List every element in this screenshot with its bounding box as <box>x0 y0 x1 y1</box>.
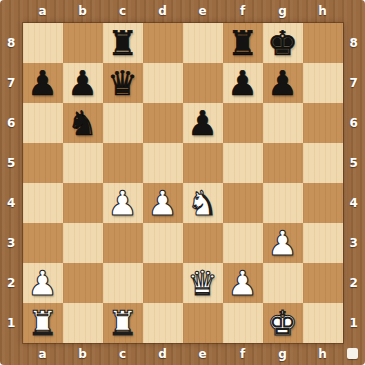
square-e3[interactable] <box>183 223 223 263</box>
piece-black-rook[interactable]: ♜ <box>227 23 257 63</box>
file-label-d: d <box>143 0 183 23</box>
square-b7[interactable]: ♟ <box>63 63 103 103</box>
square-d1[interactable] <box>143 303 183 343</box>
board-corner-icon[interactable] <box>347 348 358 359</box>
square-d8[interactable] <box>143 23 183 63</box>
rank-label-4: 4 <box>0 183 23 223</box>
square-g5[interactable] <box>263 143 303 183</box>
file-label-f: f <box>223 343 263 365</box>
square-g1[interactable]: ♚ <box>263 303 303 343</box>
piece-black-pawn[interactable]: ♟ <box>27 63 57 103</box>
piece-white-rook[interactable]: ♜ <box>107 303 137 343</box>
file-label-b: b <box>63 343 103 365</box>
square-d6[interactable] <box>143 103 183 143</box>
piece-white-pawn[interactable]: ♟ <box>147 183 177 223</box>
file-label-g: g <box>263 0 303 23</box>
rank-label-3: 3 <box>343 223 365 263</box>
square-a2[interactable]: ♟ <box>23 263 63 303</box>
file-label-h: h <box>303 0 343 23</box>
square-e1[interactable] <box>183 303 223 343</box>
piece-black-king[interactable]: ♚ <box>267 23 297 63</box>
square-c5[interactable] <box>103 143 143 183</box>
chess-board-frame: abcdefgh abcdefgh 87654321 87654321 ♜♜♚♟… <box>0 0 365 365</box>
file-label-g: g <box>263 343 303 365</box>
piece-white-knight[interactable]: ♞ <box>187 183 217 223</box>
piece-white-pawn[interactable]: ♟ <box>27 263 57 303</box>
rank-label-4: 4 <box>343 183 365 223</box>
square-h1[interactable] <box>303 303 343 343</box>
square-f3[interactable] <box>223 223 263 263</box>
square-b1[interactable] <box>63 303 103 343</box>
square-a6[interactable] <box>23 103 63 143</box>
square-e4[interactable]: ♞ <box>183 183 223 223</box>
piece-black-queen[interactable]: ♛ <box>107 63 137 103</box>
file-label-c: c <box>103 0 143 23</box>
chess-board: ♜♜♚♟♟♛♟♟♞♟♟♟♞♟♟♛♟♜♜♚ <box>23 23 343 343</box>
square-f1[interactable] <box>223 303 263 343</box>
rank-label-8: 8 <box>343 23 365 63</box>
piece-black-pawn[interactable]: ♟ <box>67 63 97 103</box>
square-h6[interactable] <box>303 103 343 143</box>
file-label-b: b <box>63 0 103 23</box>
square-e5[interactable] <box>183 143 223 183</box>
rank-label-7: 7 <box>343 63 365 103</box>
square-c3[interactable] <box>103 223 143 263</box>
rank-label-2: 2 <box>343 263 365 303</box>
rank-label-5: 5 <box>343 143 365 183</box>
square-f7[interactable]: ♟ <box>223 63 263 103</box>
piece-white-pawn[interactable]: ♟ <box>227 263 257 303</box>
square-c1[interactable]: ♜ <box>103 303 143 343</box>
square-a5[interactable] <box>23 143 63 183</box>
square-a4[interactable] <box>23 183 63 223</box>
square-d7[interactable] <box>143 63 183 103</box>
file-label-h: h <box>303 343 343 365</box>
square-f6[interactable] <box>223 103 263 143</box>
square-e8[interactable] <box>183 23 223 63</box>
square-c6[interactable] <box>103 103 143 143</box>
rank-label-6: 6 <box>0 103 23 143</box>
rank-label-5: 5 <box>0 143 23 183</box>
square-f2[interactable]: ♟ <box>223 263 263 303</box>
square-d5[interactable] <box>143 143 183 183</box>
rank-label-3: 3 <box>0 223 23 263</box>
square-a8[interactable] <box>23 23 63 63</box>
piece-white-queen[interactable]: ♛ <box>187 263 217 303</box>
file-label-d: d <box>143 343 183 365</box>
square-h5[interactable] <box>303 143 343 183</box>
rank-label-7: 7 <box>0 63 23 103</box>
piece-black-pawn[interactable]: ♟ <box>267 63 297 103</box>
piece-black-pawn[interactable]: ♟ <box>227 63 257 103</box>
rank-label-2: 2 <box>0 263 23 303</box>
square-g7[interactable]: ♟ <box>263 63 303 103</box>
square-b2[interactable] <box>63 263 103 303</box>
square-c4[interactable]: ♟ <box>103 183 143 223</box>
piece-black-pawn[interactable]: ♟ <box>187 103 217 143</box>
file-label-c: c <box>103 343 143 365</box>
file-label-f: f <box>223 0 263 23</box>
file-label-e: e <box>183 343 223 365</box>
square-d3[interactable] <box>143 223 183 263</box>
square-g3[interactable]: ♟ <box>263 223 303 263</box>
square-b5[interactable] <box>63 143 103 183</box>
piece-black-rook[interactable]: ♜ <box>107 23 137 63</box>
square-h4[interactable] <box>303 183 343 223</box>
piece-white-pawn[interactable]: ♟ <box>267 223 297 263</box>
square-h7[interactable] <box>303 63 343 103</box>
rank-label-8: 8 <box>0 23 23 63</box>
square-c8[interactable]: ♜ <box>103 23 143 63</box>
piece-white-rook[interactable]: ♜ <box>27 303 57 343</box>
square-a7[interactable]: ♟ <box>23 63 63 103</box>
file-label-a: a <box>23 343 63 365</box>
file-labels-top: abcdefgh <box>23 0 343 23</box>
piece-black-knight[interactable]: ♞ <box>67 103 97 143</box>
rank-labels-left: 87654321 <box>0 23 23 343</box>
square-h2[interactable] <box>303 263 343 303</box>
rank-labels-right: 87654321 <box>343 23 365 343</box>
square-e6[interactable]: ♟ <box>183 103 223 143</box>
piece-white-pawn[interactable]: ♟ <box>107 183 137 223</box>
rank-label-1: 1 <box>0 303 23 343</box>
square-b3[interactable] <box>63 223 103 263</box>
file-labels-bottom: abcdefgh <box>23 343 343 365</box>
square-h8[interactable] <box>303 23 343 63</box>
square-a1[interactable]: ♜ <box>23 303 63 343</box>
square-f8[interactable]: ♜ <box>223 23 263 63</box>
file-label-e: e <box>183 0 223 23</box>
square-e7[interactable] <box>183 63 223 103</box>
square-g6[interactable] <box>263 103 303 143</box>
square-g4[interactable] <box>263 183 303 223</box>
square-b4[interactable] <box>63 183 103 223</box>
square-c2[interactable] <box>103 263 143 303</box>
square-c7[interactable]: ♛ <box>103 63 143 103</box>
square-a3[interactable] <box>23 223 63 263</box>
file-label-a: a <box>23 0 63 23</box>
square-b8[interactable] <box>63 23 103 63</box>
square-f5[interactable] <box>223 143 263 183</box>
rank-label-1: 1 <box>343 303 365 343</box>
square-d2[interactable] <box>143 263 183 303</box>
rank-label-6: 6 <box>343 103 365 143</box>
square-d4[interactable]: ♟ <box>143 183 183 223</box>
square-g8[interactable]: ♚ <box>263 23 303 63</box>
piece-white-king[interactable]: ♚ <box>267 303 297 343</box>
square-h3[interactable] <box>303 223 343 263</box>
square-b6[interactable]: ♞ <box>63 103 103 143</box>
square-g2[interactable] <box>263 263 303 303</box>
square-f4[interactable] <box>223 183 263 223</box>
square-e2[interactable]: ♛ <box>183 263 223 303</box>
